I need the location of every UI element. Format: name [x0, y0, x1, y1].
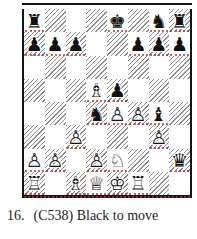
board-frame: ♜♚♞♜♟♟♟♟♟♟♗♟♞♙♙♝♙♙♙♙♙♘♛♖♗♕♔♖ — [22, 9, 192, 198]
chess-board: ♜♚♞♜♟♟♟♟♟♟♗♟♞♙♙♝♙♙♙♙♙♘♛♖♗♕♔♖ — [24, 9, 190, 195]
square-e8[interactable]: ♚ — [107, 9, 128, 32]
white-pawn: ♙ — [130, 103, 147, 125]
caption-text: (C538) Black to move — [34, 208, 159, 223]
square-d7[interactable] — [86, 32, 107, 55]
white-king: ♔ — [109, 172, 126, 194]
white-bishop: ♗ — [67, 172, 84, 194]
black-bishop: ♝ — [150, 103, 167, 125]
black-knight: ♞ — [150, 10, 167, 32]
black-pawn: ♟ — [150, 33, 167, 55]
white-pawn: ♙ — [88, 149, 105, 171]
square-a7[interactable]: ♟ — [24, 32, 45, 55]
white-pawn: ♙ — [47, 149, 64, 171]
caption: 16.(C538) Black to move — [7, 208, 158, 224]
square-f5[interactable] — [128, 79, 149, 102]
square-e7[interactable] — [107, 32, 128, 55]
square-c1[interactable]: ♗ — [66, 172, 87, 195]
diagram-page: ♜♚♞♜♟♟♟♟♟♟♗♟♞♙♙♝♙♙♙♙♙♘♛♖♗♕♔♖ 16.(C538) B… — [0, 0, 197, 239]
square-e1[interactable]: ♔ — [107, 172, 128, 195]
square-h7[interactable]: ♟ — [169, 32, 190, 55]
square-c5[interactable] — [66, 79, 87, 102]
square-f7[interactable]: ♟ — [128, 32, 149, 55]
square-g7[interactable]: ♟ — [149, 32, 170, 55]
caption-diagram-number: 16. — [7, 208, 25, 223]
square-h2[interactable]: ♛ — [169, 149, 190, 172]
square-f8[interactable] — [128, 9, 149, 32]
square-a3[interactable] — [24, 125, 45, 148]
square-c3[interactable]: ♙ — [66, 125, 87, 148]
black-rook: ♜ — [26, 10, 43, 32]
square-a6[interactable] — [24, 56, 45, 79]
square-d8[interactable] — [86, 9, 107, 32]
square-d4[interactable]: ♞ — [86, 102, 107, 125]
white-pawn: ♙ — [67, 126, 84, 148]
black-pawn: ♟ — [171, 33, 188, 55]
black-king: ♚ — [109, 10, 126, 32]
square-g6[interactable] — [149, 56, 170, 79]
square-c7[interactable]: ♟ — [66, 32, 87, 55]
white-pawn: ♙ — [26, 149, 43, 171]
square-e2[interactable]: ♘ — [107, 149, 128, 172]
white-pawn: ♙ — [150, 126, 167, 148]
square-d5[interactable]: ♗ — [86, 79, 107, 102]
square-d6[interactable] — [86, 56, 107, 79]
black-pawn: ♟ — [26, 33, 43, 55]
square-h1[interactable] — [169, 172, 190, 195]
white-rook: ♖ — [130, 172, 147, 194]
square-g5[interactable] — [149, 79, 170, 102]
square-d1[interactable]: ♕ — [86, 172, 107, 195]
square-g1[interactable] — [149, 172, 170, 195]
square-c4[interactable] — [66, 102, 87, 125]
black-queen: ♛ — [171, 149, 188, 171]
square-f2[interactable] — [128, 149, 149, 172]
square-e5[interactable]: ♟ — [107, 79, 128, 102]
black-rook: ♜ — [171, 10, 188, 32]
white-knight: ♘ — [109, 149, 126, 171]
square-c2[interactable] — [66, 149, 87, 172]
black-pawn: ♟ — [47, 33, 64, 55]
square-f4[interactable]: ♙ — [128, 102, 149, 125]
square-h3[interactable] — [169, 125, 190, 148]
square-g8[interactable]: ♞ — [149, 9, 170, 32]
square-c8[interactable] — [66, 9, 87, 32]
square-e4[interactable]: ♙ — [107, 102, 128, 125]
square-a1[interactable]: ♖ — [24, 172, 45, 195]
square-e3[interactable] — [107, 125, 128, 148]
square-b5[interactable] — [45, 79, 66, 102]
black-pawn: ♟ — [130, 33, 147, 55]
square-b2[interactable]: ♙ — [45, 149, 66, 172]
white-bishop: ♗ — [88, 79, 105, 101]
square-d3[interactable] — [86, 125, 107, 148]
square-h8[interactable]: ♜ — [169, 9, 190, 32]
square-b6[interactable] — [45, 56, 66, 79]
square-h4[interactable] — [169, 102, 190, 125]
square-h5[interactable] — [169, 79, 190, 102]
square-f6[interactable] — [128, 56, 149, 79]
square-e6[interactable] — [107, 56, 128, 79]
black-knight: ♞ — [88, 103, 105, 125]
square-a2[interactable]: ♙ — [24, 149, 45, 172]
square-b4[interactable] — [45, 102, 66, 125]
square-g3[interactable]: ♙ — [149, 125, 170, 148]
square-f1[interactable]: ♖ — [128, 172, 149, 195]
square-a5[interactable] — [24, 79, 45, 102]
square-f3[interactable] — [128, 125, 149, 148]
black-pawn: ♟ — [109, 79, 126, 101]
square-b7[interactable]: ♟ — [45, 32, 66, 55]
top-rule-line — [22, 3, 192, 5]
square-c6[interactable] — [66, 56, 87, 79]
square-b8[interactable] — [45, 9, 66, 32]
square-g2[interactable] — [149, 149, 170, 172]
black-pawn: ♟ — [67, 33, 84, 55]
white-queen: ♕ — [88, 172, 105, 194]
white-rook: ♖ — [26, 172, 43, 194]
square-g4[interactable]: ♝ — [149, 102, 170, 125]
square-d2[interactable]: ♙ — [86, 149, 107, 172]
square-a8[interactable]: ♜ — [24, 9, 45, 32]
square-h6[interactable] — [169, 56, 190, 79]
square-a4[interactable] — [24, 102, 45, 125]
square-b3[interactable] — [45, 125, 66, 148]
square-b1[interactable] — [45, 172, 66, 195]
white-pawn: ♙ — [109, 103, 126, 125]
